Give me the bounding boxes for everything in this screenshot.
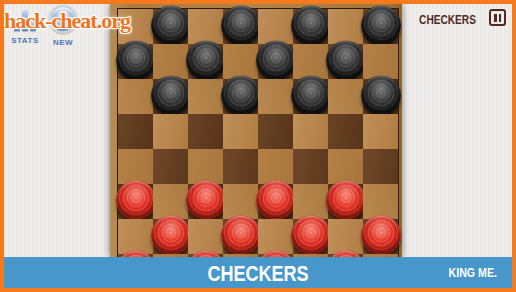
square-c8: [188, 9, 223, 44]
pause-icon: [494, 14, 497, 22]
square-f8[interactable]: [293, 9, 328, 44]
square-c7[interactable]: [188, 44, 223, 79]
square-e6: [258, 79, 293, 114]
square-a3[interactable]: [118, 184, 153, 219]
square-g2: [328, 219, 363, 254]
square-f4[interactable]: [293, 149, 328, 184]
square-h5: [363, 114, 398, 149]
square-f7: [293, 44, 328, 79]
pause-button[interactable]: [489, 9, 506, 26]
black-checker[interactable]: [116, 40, 156, 80]
checkers-board: [110, 4, 402, 257]
square-f3: [293, 184, 328, 219]
square-g5[interactable]: [328, 114, 363, 149]
black-checker[interactable]: [361, 5, 401, 45]
red-checker[interactable]: [186, 180, 226, 220]
square-f6[interactable]: [293, 79, 328, 114]
square-h8[interactable]: [363, 9, 398, 44]
game-title: CHECKERS: [419, 12, 476, 27]
square-g7[interactable]: [328, 44, 363, 79]
square-e4: [258, 149, 293, 184]
square-d3: [223, 184, 258, 219]
square-d6[interactable]: [223, 79, 258, 114]
pause-icon: [499, 14, 502, 22]
square-d7: [223, 44, 258, 79]
app-background: hack-cheat.org STATS NEW CHECKERS CHECKE…: [4, 4, 512, 288]
square-e7[interactable]: [258, 44, 293, 79]
board-grid: [117, 8, 399, 257]
square-f2[interactable]: [293, 219, 328, 254]
black-checker[interactable]: [151, 75, 191, 115]
square-d8[interactable]: [223, 9, 258, 44]
square-b3: [153, 184, 188, 219]
black-checker[interactable]: [221, 75, 261, 115]
square-g3[interactable]: [328, 184, 363, 219]
square-d5: [223, 114, 258, 149]
square-a7[interactable]: [118, 44, 153, 79]
square-a4: [118, 149, 153, 184]
black-checker[interactable]: [291, 75, 331, 115]
black-checker[interactable]: [221, 5, 261, 45]
black-checker[interactable]: [256, 40, 296, 80]
square-h6[interactable]: [363, 79, 398, 114]
square-a2: [118, 219, 153, 254]
app-window: hack-cheat.org STATS NEW CHECKERS CHECKE…: [0, 0, 516, 292]
red-checker[interactable]: [361, 215, 401, 255]
square-g6: [328, 79, 363, 114]
square-g8: [328, 9, 363, 44]
bottom-bar-title: CHECKERS: [207, 261, 308, 287]
square-b4[interactable]: [153, 149, 188, 184]
square-b8[interactable]: [153, 9, 188, 44]
square-b2[interactable]: [153, 219, 188, 254]
black-checker[interactable]: [291, 5, 331, 45]
square-e2: [258, 219, 293, 254]
new-label: NEW: [44, 38, 82, 47]
square-h4[interactable]: [363, 149, 398, 184]
square-c5[interactable]: [188, 114, 223, 149]
black-checker[interactable]: [186, 40, 226, 80]
red-checker[interactable]: [221, 215, 261, 255]
stats-label: STATS: [6, 36, 44, 45]
square-e3[interactable]: [258, 184, 293, 219]
watermark: hack-cheat.org: [4, 8, 130, 34]
black-checker[interactable]: [326, 40, 366, 80]
square-h3: [363, 184, 398, 219]
square-b5: [153, 114, 188, 149]
black-checker[interactable]: [151, 5, 191, 45]
square-c6: [188, 79, 223, 114]
tagline: KING ME.: [449, 266, 497, 280]
red-checker[interactable]: [291, 215, 331, 255]
square-e5[interactable]: [258, 114, 293, 149]
square-h7: [363, 44, 398, 79]
square-f5: [293, 114, 328, 149]
square-e8: [258, 9, 293, 44]
square-h2[interactable]: [363, 219, 398, 254]
square-b6[interactable]: [153, 79, 188, 114]
square-a6: [118, 79, 153, 114]
bottom-bar: CHECKERS KING ME.: [4, 257, 512, 288]
square-b7: [153, 44, 188, 79]
black-checker[interactable]: [361, 75, 401, 115]
square-d2[interactable]: [223, 219, 258, 254]
red-checker[interactable]: [256, 180, 296, 220]
square-c3[interactable]: [188, 184, 223, 219]
square-c4: [188, 149, 223, 184]
square-c2: [188, 219, 223, 254]
square-a5[interactable]: [118, 114, 153, 149]
square-d4[interactable]: [223, 149, 258, 184]
red-checker[interactable]: [116, 180, 156, 220]
red-checker[interactable]: [326, 180, 366, 220]
red-checker[interactable]: [151, 215, 191, 255]
square-g4: [328, 149, 363, 184]
